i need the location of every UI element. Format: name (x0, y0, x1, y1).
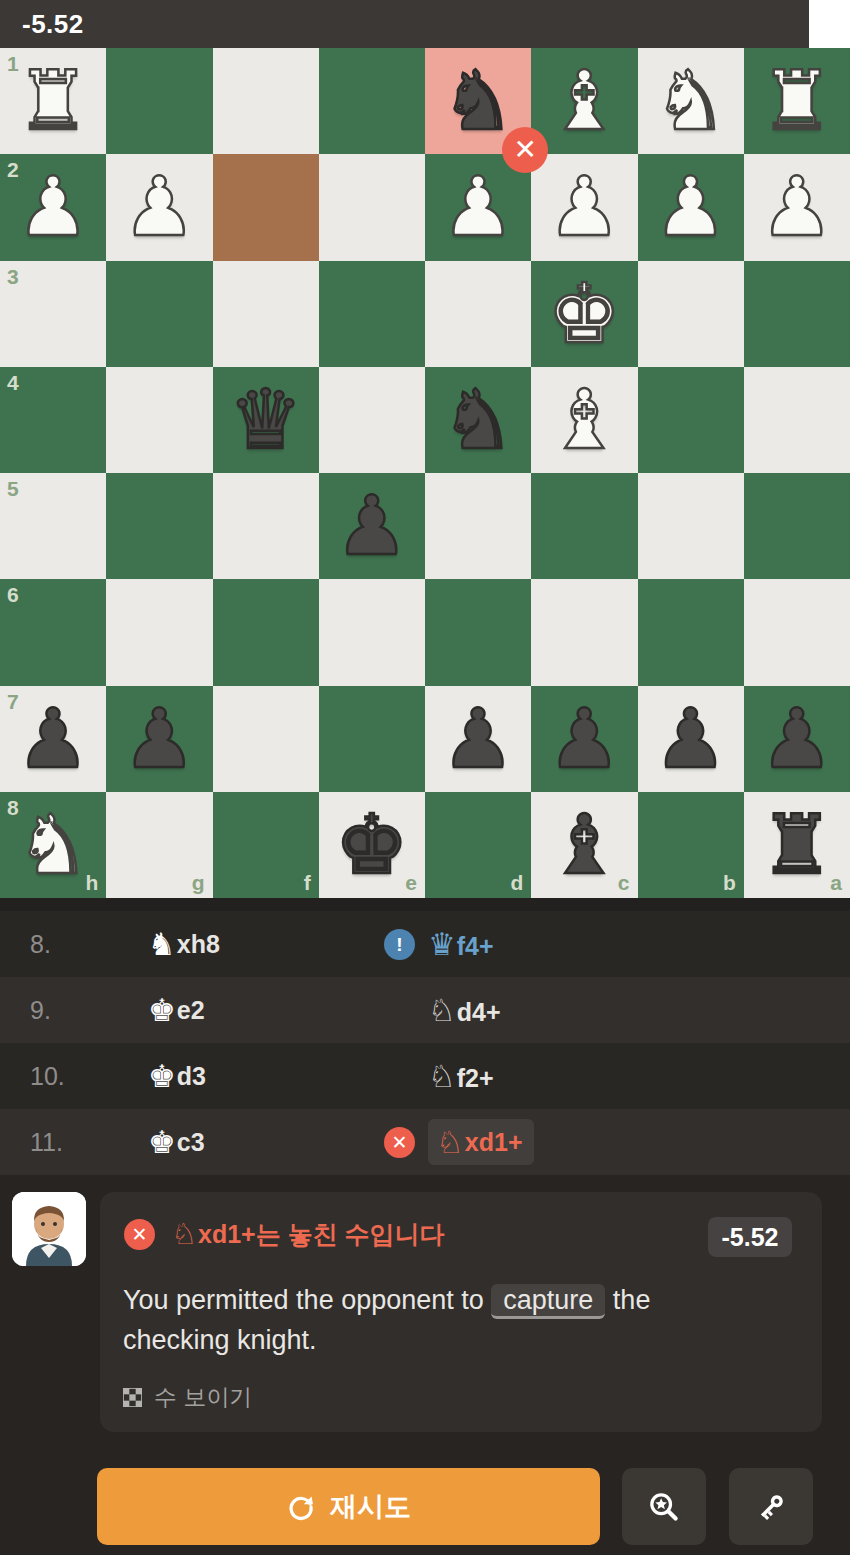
move-number: 9. (30, 977, 51, 1043)
square-c6[interactable] (531, 579, 637, 685)
refresh-icon (286, 1492, 316, 1522)
file-label-f: f (304, 871, 311, 895)
white-bishop[interactable]: ♝ (531, 48, 637, 154)
white-move[interactable]: ♞xh8 (148, 911, 220, 977)
square-b2[interactable]: ♟ (638, 154, 744, 260)
move-list: 8.♞xh8!♛f4+9.♚e2♘d4+10.♚d3♘f2+11.♚c3✕♘xd… (0, 898, 850, 1175)
square-g3[interactable] (106, 261, 212, 367)
evaluation-badge: -5.52 (708, 1217, 792, 1257)
move-number: 10. (30, 1043, 65, 1109)
file-label-d: d (510, 871, 523, 895)
miss-icon: ✕ (124, 1219, 155, 1250)
black-move[interactable]: !♛f4+ (384, 911, 494, 977)
square-e6[interactable] (319, 579, 425, 685)
key-button[interactable] (729, 1468, 813, 1545)
miss-suffix-text: 는 놓친 수입니다 (256, 1218, 445, 1251)
square-c2[interactable]: ♟ (531, 154, 637, 260)
square-b5[interactable] (638, 473, 744, 579)
evaluation-bar: -5.52 (0, 0, 850, 48)
square-g2[interactable]: ♟ (106, 154, 212, 260)
move-row-11: 11.♚c3✕♘xd1+ (0, 1109, 850, 1175)
square-a5[interactable] (744, 473, 850, 579)
chess-analysis-app: -5.52 1♜♞✕♝♞♜2♟♟♟♟♟♟3♚4♛♞♝5♟67♟♟♟♟♟♟8h♞g… (0, 0, 850, 1555)
white-pawn[interactable]: ♟ (0, 154, 106, 260)
square-e3[interactable] (319, 261, 425, 367)
square-b1[interactable]: ♞ (638, 48, 744, 154)
square-c5[interactable] (531, 473, 637, 579)
black-pawn[interactable]: ♟ (744, 686, 850, 792)
explanation-text: You permitted the opponent to capture th… (123, 1280, 783, 1360)
square-c1[interactable]: ♝ (531, 48, 637, 154)
square-d7[interactable]: ♟ (425, 686, 531, 792)
square-h4[interactable]: 4 (0, 367, 106, 473)
square-d3[interactable] (425, 261, 531, 367)
black-pawn[interactable]: ♟ (425, 686, 531, 792)
white-rook[interactable]: ♜ (0, 48, 106, 154)
white-pawn[interactable]: ♟ (638, 154, 744, 260)
square-h1[interactable]: 1♜ (0, 48, 106, 154)
square-e7[interactable] (319, 686, 425, 792)
figurine-icon: ♚ (148, 992, 176, 1028)
square-h5[interactable]: 5 (0, 473, 106, 579)
square-g6[interactable] (106, 579, 212, 685)
figurine-icon: ♛ (428, 926, 456, 962)
square-a3[interactable] (744, 261, 850, 367)
square-b3[interactable] (638, 261, 744, 367)
white-move[interactable]: ♚e2 (148, 977, 205, 1043)
square-a7[interactable]: ♟ (744, 686, 850, 792)
square-f1[interactable] (213, 48, 319, 154)
square-h6[interactable]: 6 (0, 579, 106, 685)
black-pawn[interactable]: ♟ (106, 686, 212, 792)
square-h8[interactable]: 8h♞ (0, 792, 106, 898)
square-d8[interactable]: d (425, 792, 531, 898)
black-rook[interactable]: ♜ (744, 792, 850, 898)
rank-label-3: 3 (7, 265, 19, 289)
white-pawn[interactable]: ♟ (531, 154, 637, 260)
black-knight[interactable]: ♞ (425, 367, 531, 473)
analysis-card: ✕ ♘ xd1+ 는 놓친 수입니다 -5.52 You permitted t… (100, 1192, 822, 1432)
white-king[interactable]: ♚ (531, 261, 637, 367)
white-rook[interactable]: ♜ (744, 48, 850, 154)
square-f6[interactable] (213, 579, 319, 685)
square-f5[interactable] (213, 473, 319, 579)
miss-move-text: xd1+ (198, 1220, 256, 1249)
white-move[interactable]: ♚d3 (148, 1043, 206, 1109)
rank-label-6: 6 (7, 583, 19, 607)
square-d6[interactable] (425, 579, 531, 685)
square-f7[interactable] (213, 686, 319, 792)
white-bishop[interactable]: ♝ (531, 367, 637, 473)
square-e4[interactable] (319, 367, 425, 473)
square-b8[interactable]: b (638, 792, 744, 898)
file-label-b: b (723, 871, 736, 895)
explanation-before: You permitted the opponent to (123, 1285, 491, 1315)
square-c7[interactable]: ♟ (531, 686, 637, 792)
knight-figurine-icon: ♘ (171, 1217, 197, 1251)
square-a4[interactable] (744, 367, 850, 473)
move-number: 11. (30, 1109, 63, 1175)
show-move-button[interactable]: 수 보이기 (123, 1382, 252, 1413)
square-h2[interactable]: 2♟ (0, 154, 106, 260)
figurine-icon: ♚ (148, 1124, 176, 1160)
black-move[interactable]: ♘f2+ (384, 1043, 494, 1109)
square-g1[interactable] (106, 48, 212, 154)
square-e5[interactable]: ♟ (319, 473, 425, 579)
white-move[interactable]: ♚c3 (148, 1109, 205, 1175)
rank-label-5: 5 (7, 477, 19, 501)
game-review-button[interactable] (622, 1468, 706, 1545)
footer-bar: 재시도 (0, 1458, 850, 1555)
square-h7[interactable]: 7♟ (0, 686, 106, 792)
black-pawn[interactable]: ♟ (0, 686, 106, 792)
square-f3[interactable] (213, 261, 319, 367)
chess-board[interactable]: 1♜♞✕♝♞♜2♟♟♟♟♟♟3♚4♛♞♝5♟67♟♟♟♟♟♟8h♞gfe♚dc♝… (0, 48, 850, 898)
white-pawn[interactable]: ♟ (106, 154, 212, 260)
square-e2[interactable] (319, 154, 425, 260)
square-g7[interactable]: ♟ (106, 686, 212, 792)
move-number: 8. (30, 911, 51, 977)
square-b7[interactable]: ♟ (638, 686, 744, 792)
square-e1[interactable] (319, 48, 425, 154)
figurine-icon: ♘ (428, 1058, 456, 1094)
square-a6[interactable] (744, 579, 850, 685)
square-a1[interactable]: ♜ (744, 48, 850, 154)
black-pawn[interactable]: ♟ (638, 686, 744, 792)
move-row-9: 9.♚e2♘d4+ (0, 977, 850, 1043)
square-g8[interactable]: g (106, 792, 212, 898)
black-pawn[interactable]: ♟ (531, 686, 637, 792)
show-move-label: 수 보이기 (154, 1382, 252, 1413)
move-row-8: 8.♞xh8!♛f4+ (0, 911, 850, 977)
great-move-icon: ! (384, 929, 415, 960)
square-f2[interactable] (213, 154, 319, 260)
explanation-line2: checking knight. (123, 1325, 317, 1355)
rank-label-4: 4 (7, 371, 19, 395)
square-g4[interactable] (106, 367, 212, 473)
retry-label: 재시도 (330, 1489, 411, 1525)
square-g5[interactable] (106, 473, 212, 579)
square-a2[interactable]: ♟ (744, 154, 850, 260)
square-f8[interactable]: f (213, 792, 319, 898)
figurine-icon: ♞ (148, 926, 176, 962)
square-c3[interactable]: ♚ (531, 261, 637, 367)
explanation-after: the (605, 1285, 650, 1315)
figurine-icon: ♘ (428, 992, 456, 1028)
black-move[interactable]: ♘d4+ (384, 977, 501, 1043)
retry-button[interactable]: 재시도 (97, 1468, 600, 1545)
evaluation-bar-white-share (809, 0, 850, 48)
white-knight[interactable]: ♞ (0, 792, 106, 898)
black-pawn[interactable]: ♟ (319, 473, 425, 579)
analysis-panel: ✕ ♘ xd1+ 는 놓친 수입니다 -5.52 You permitted t… (0, 1175, 850, 1458)
square-d4[interactable]: ♞ (425, 367, 531, 473)
square-a8[interactable]: a♜ (744, 792, 850, 898)
white-knight[interactable]: ♞ (638, 48, 744, 154)
evaluation-score: -5.52 (22, 0, 84, 48)
black-king[interactable]: ♚ (319, 792, 425, 898)
capture-chip[interactable]: capture (491, 1284, 605, 1319)
square-f4[interactable]: ♛ (213, 367, 319, 473)
avatar (12, 1192, 86, 1266)
square-b6[interactable] (638, 579, 744, 685)
black-move[interactable]: ✕♘xd1+ (384, 1109, 534, 1175)
file-label-g: g (192, 871, 205, 895)
board-list-divider (0, 898, 850, 911)
key-icon (754, 1490, 788, 1524)
black-queen[interactable]: ♛ (213, 367, 319, 473)
white-pawn[interactable]: ♟ (744, 154, 850, 260)
square-d5[interactable] (425, 473, 531, 579)
magnifier-with-star-icon (647, 1490, 681, 1524)
black-bishop[interactable]: ♝ (531, 792, 637, 898)
miss-message: ✕ ♘ xd1+ 는 놓친 수입니다 (124, 1214, 445, 1254)
square-b4[interactable] (638, 367, 744, 473)
square-e8[interactable]: e♚ (319, 792, 425, 898)
square-c4[interactable]: ♝ (531, 367, 637, 473)
figurine-icon: ♚ (148, 1058, 176, 1094)
square-c8[interactable]: c♝ (531, 792, 637, 898)
figurine-icon: ♘ (436, 1124, 464, 1160)
square-h3[interactable]: 3 (0, 261, 106, 367)
square-d1[interactable]: ♞✕ (425, 48, 531, 154)
move-row-10: 10.♚d3♘f2+ (0, 1043, 850, 1109)
miss-icon: ✕ (384, 1127, 415, 1158)
checkerboard-icon (123, 1388, 142, 1407)
